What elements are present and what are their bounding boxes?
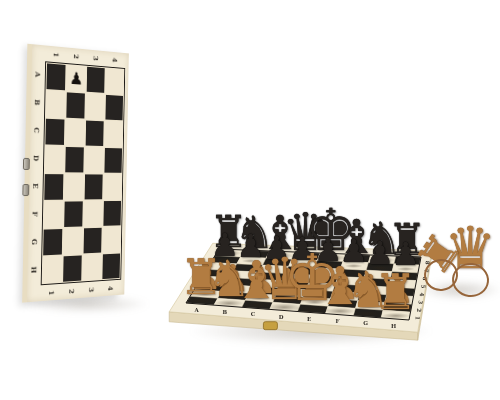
rank-label: 7 <box>423 269 429 273</box>
rank-label: 6 <box>422 277 428 281</box>
file-label: A <box>193 307 199 313</box>
rank-label: 8 <box>425 261 431 265</box>
square-e5 <box>309 275 338 284</box>
square-g5 <box>362 278 390 287</box>
square-c7 <box>263 258 292 266</box>
square-g7 <box>366 263 394 272</box>
square-a7 <box>211 256 241 264</box>
file-label: C <box>251 311 256 317</box>
rank-label: 5 <box>420 284 426 288</box>
square-b6 <box>233 264 263 272</box>
square-e7 <box>314 260 342 269</box>
square-d6 <box>285 266 314 275</box>
file-label: H <box>391 323 396 329</box>
file-label: F <box>335 318 339 324</box>
rank-label: 4 <box>419 292 425 296</box>
rank-label: 1 <box>415 316 421 320</box>
file-label: B <box>222 309 227 315</box>
file-label: E <box>307 316 311 322</box>
square-h6 <box>390 272 418 281</box>
brass-clasp-icon <box>263 322 277 330</box>
rank-label: 2 <box>416 308 422 312</box>
file-label: G <box>363 320 368 326</box>
rank-label: 3 <box>417 300 423 304</box>
file-label: D <box>279 314 284 320</box>
product-photo: 1234ABCDEFGH♟1234 ABCDEFGH12345678 ♜♞♝♛♚… <box>0 0 500 400</box>
open-board: ABCDEFGH12345678 <box>0 0 500 400</box>
square-h7 <box>392 264 419 273</box>
square-f6 <box>338 269 366 278</box>
